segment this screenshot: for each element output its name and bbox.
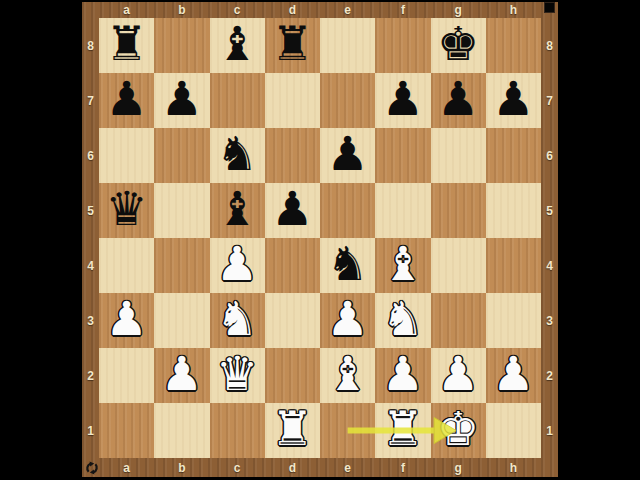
square-f6[interactable] <box>375 128 430 183</box>
flip-board-button[interactable] <box>84 460 100 476</box>
square-e5[interactable] <box>320 183 375 238</box>
square-g3[interactable] <box>431 293 486 348</box>
coord-label-6: 6 <box>82 128 99 183</box>
coord-label-d: d <box>265 2 320 18</box>
side-to-move-indicator <box>544 2 555 13</box>
square-c1[interactable] <box>210 403 265 458</box>
piece-black-pawn-e6[interactable]: ♟ <box>327 130 369 177</box>
square-e4[interactable]: ♞ <box>320 238 375 293</box>
coord-label-h: h <box>486 458 541 477</box>
square-g6[interactable] <box>431 128 486 183</box>
square-e6[interactable]: ♟ <box>320 128 375 183</box>
piece-black-bishop-c8[interactable]: ♝ <box>216 20 258 67</box>
square-g4[interactable] <box>431 238 486 293</box>
square-b5[interactable] <box>154 183 209 238</box>
coord-label-1: 1 <box>82 403 99 458</box>
piece-black-pawn-g7[interactable]: ♟ <box>437 75 479 122</box>
square-a5[interactable]: ♛ <box>99 183 154 238</box>
square-f2[interactable]: ♟ <box>375 348 430 403</box>
square-c6[interactable]: ♞ <box>210 128 265 183</box>
coord-label-8: 8 <box>82 18 99 73</box>
piece-white-pawn-a3[interactable]: ♟ <box>106 295 148 342</box>
piece-black-pawn-b7[interactable]: ♟ <box>161 75 203 122</box>
square-f4[interactable]: ♝ <box>375 238 430 293</box>
square-b6[interactable] <box>154 128 209 183</box>
square-f5[interactable] <box>375 183 430 238</box>
square-e7[interactable] <box>320 73 375 128</box>
coord-label-e: e <box>320 2 375 18</box>
piece-black-queen-a5[interactable]: ♛ <box>106 185 148 232</box>
piece-black-knight-c6[interactable]: ♞ <box>216 130 258 177</box>
file-labels-bottom: abcdefgh <box>99 458 541 477</box>
square-a2[interactable] <box>99 348 154 403</box>
coord-label-g: g <box>431 458 486 477</box>
piece-black-rook-d8[interactable]: ♜ <box>271 20 313 67</box>
square-c7[interactable] <box>210 73 265 128</box>
coord-label-2: 2 <box>82 348 99 403</box>
square-g8[interactable]: ♚ <box>431 18 486 73</box>
file-labels-top: abcdefgh <box>99 2 541 18</box>
square-a6[interactable] <box>99 128 154 183</box>
piece-white-queen-c2[interactable]: ♛ <box>216 350 258 397</box>
coord-label-2: 2 <box>541 348 558 403</box>
square-a3[interactable]: ♟ <box>99 293 154 348</box>
square-e1[interactable] <box>320 403 375 458</box>
square-f8[interactable] <box>375 18 430 73</box>
square-e3[interactable]: ♟ <box>320 293 375 348</box>
square-h5[interactable] <box>486 183 541 238</box>
square-h8[interactable] <box>486 18 541 73</box>
video-frame: abcdefgh abcdefgh 87654321 87654321 ♜♝♜♚… <box>0 0 640 480</box>
coord-label-b: b <box>154 458 209 477</box>
square-g5[interactable] <box>431 183 486 238</box>
square-h4[interactable] <box>486 238 541 293</box>
square-a8[interactable]: ♜ <box>99 18 154 73</box>
square-h3[interactable] <box>486 293 541 348</box>
coord-label-5: 5 <box>82 183 99 238</box>
square-h6[interactable] <box>486 128 541 183</box>
coord-label-3: 3 <box>82 293 99 348</box>
coord-label-c: c <box>210 2 265 18</box>
square-e2[interactable]: ♝ <box>320 348 375 403</box>
square-g2[interactable]: ♟ <box>431 348 486 403</box>
piece-white-rook-d1[interactable]: ♜ <box>271 405 313 452</box>
square-f7[interactable]: ♟ <box>375 73 430 128</box>
square-b7[interactable]: ♟ <box>154 73 209 128</box>
square-h1[interactable] <box>486 403 541 458</box>
coord-label-1: 1 <box>541 403 558 458</box>
coord-label-c: c <box>210 458 265 477</box>
square-a7[interactable]: ♟ <box>99 73 154 128</box>
coord-label-4: 4 <box>541 238 558 293</box>
square-f1[interactable]: ♜ <box>375 403 430 458</box>
piece-white-knight-c3[interactable]: ♞ <box>216 295 258 342</box>
square-a1[interactable] <box>99 403 154 458</box>
square-c3[interactable]: ♞ <box>210 293 265 348</box>
square-g1[interactable]: ♚ <box>431 403 486 458</box>
piece-white-pawn-f2[interactable]: ♟ <box>382 350 424 397</box>
coord-label-4: 4 <box>82 238 99 293</box>
coord-label-7: 7 <box>541 73 558 128</box>
piece-white-pawn-e3[interactable]: ♟ <box>327 295 369 342</box>
square-c4[interactable]: ♟ <box>210 238 265 293</box>
square-d1[interactable]: ♜ <box>265 403 320 458</box>
coord-label-f: f <box>375 458 430 477</box>
piece-black-pawn-d5[interactable]: ♟ <box>271 185 313 232</box>
square-f3[interactable]: ♞ <box>375 293 430 348</box>
coord-label-b: b <box>154 2 209 18</box>
rank-labels-right: 87654321 <box>541 18 558 458</box>
piece-black-pawn-f7[interactable]: ♟ <box>382 75 424 122</box>
square-a4[interactable] <box>99 238 154 293</box>
piece-white-pawn-b2[interactable]: ♟ <box>161 350 203 397</box>
piece-black-pawn-h7[interactable]: ♟ <box>492 75 534 122</box>
square-d8[interactable]: ♜ <box>265 18 320 73</box>
square-d3[interactable] <box>265 293 320 348</box>
coord-label-g: g <box>431 2 486 18</box>
square-d7[interactable] <box>265 73 320 128</box>
piece-white-king-g1[interactable]: ♚ <box>437 405 479 452</box>
square-b8[interactable] <box>154 18 209 73</box>
square-b2[interactable]: ♟ <box>154 348 209 403</box>
square-e8[interactable] <box>320 18 375 73</box>
coord-label-5: 5 <box>541 183 558 238</box>
square-d6[interactable] <box>265 128 320 183</box>
rank-labels-left: 87654321 <box>82 18 99 458</box>
piece-white-pawn-g2[interactable]: ♟ <box>437 350 479 397</box>
coord-label-6: 6 <box>541 128 558 183</box>
square-b3[interactable] <box>154 293 209 348</box>
square-d2[interactable] <box>265 348 320 403</box>
board-squares: ♜♝♜♚♟♟♟♟♟♞♟♛♝♟♟♞♝♟♞♟♞♟♛♝♟♟♟♜♜♚ <box>99 18 541 458</box>
square-g7[interactable]: ♟ <box>431 73 486 128</box>
coord-label-e: e <box>320 458 375 477</box>
coord-label-a: a <box>99 2 154 18</box>
chess-board: abcdefgh abcdefgh 87654321 87654321 ♜♝♜♚… <box>82 2 558 477</box>
piece-white-bishop-e2[interactable]: ♝ <box>327 350 369 397</box>
piece-white-pawn-h2[interactable]: ♟ <box>492 350 534 397</box>
square-d5[interactable]: ♟ <box>265 183 320 238</box>
piece-white-pawn-c4[interactable]: ♟ <box>216 240 258 287</box>
square-h2[interactable]: ♟ <box>486 348 541 403</box>
piece-black-knight-e4[interactable]: ♞ <box>327 240 369 287</box>
coord-label-d: d <box>265 458 320 477</box>
coord-label-a: a <box>99 458 154 477</box>
square-c8[interactable]: ♝ <box>210 18 265 73</box>
piece-black-king-g8[interactable]: ♚ <box>437 20 479 67</box>
piece-black-bishop-c5[interactable]: ♝ <box>216 185 258 232</box>
flip-board-icon <box>84 460 100 476</box>
piece-black-rook-a8[interactable]: ♜ <box>106 20 148 67</box>
square-b4[interactable] <box>154 238 209 293</box>
square-h7[interactable]: ♟ <box>486 73 541 128</box>
piece-black-pawn-a7[interactable]: ♟ <box>106 75 148 122</box>
coord-label-7: 7 <box>82 73 99 128</box>
square-d4[interactable] <box>265 238 320 293</box>
coord-label-f: f <box>375 2 430 18</box>
piece-white-bishop-f4[interactable]: ♝ <box>382 240 424 287</box>
coord-label-h: h <box>486 2 541 18</box>
coord-label-8: 8 <box>541 18 558 73</box>
square-c5[interactable]: ♝ <box>210 183 265 238</box>
piece-white-knight-f3[interactable]: ♞ <box>382 295 424 342</box>
piece-white-rook-f1[interactable]: ♜ <box>382 405 424 452</box>
square-b1[interactable] <box>154 403 209 458</box>
square-c2[interactable]: ♛ <box>210 348 265 403</box>
coord-label-3: 3 <box>541 293 558 348</box>
